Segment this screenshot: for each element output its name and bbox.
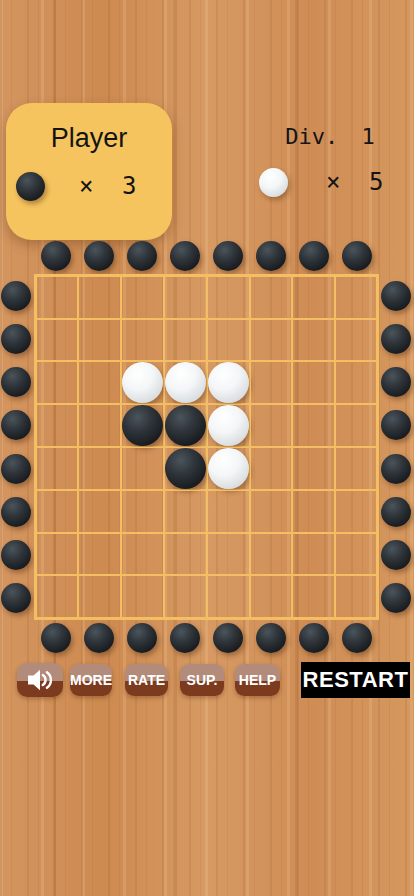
cell-6-3[interactable] <box>164 533 207 576</box>
edge-stone <box>1 540 31 570</box>
cell-2-2[interactable] <box>121 361 164 404</box>
cell-5-2[interactable] <box>121 490 164 533</box>
black-stone <box>165 448 206 489</box>
edge-stone <box>381 281 411 311</box>
edge-stones-right <box>381 274 411 620</box>
edge-stone <box>213 623 243 653</box>
cell-1-0[interactable] <box>36 319 78 362</box>
support-button[interactable]: SUP. <box>180 664 224 696</box>
edge-stones-top <box>34 241 379 271</box>
cell-6-1[interactable] <box>78 533 120 576</box>
more-button[interactable]: MORE <box>70 664 112 696</box>
cell-4-0[interactable] <box>36 447 78 490</box>
edge-stone <box>127 241 157 271</box>
edge-stones-left <box>1 274 31 620</box>
cell-4-6[interactable] <box>292 447 334 490</box>
cell-7-1[interactable] <box>78 575 120 618</box>
edge-stone <box>299 241 329 271</box>
cell-5-4[interactable] <box>207 490 250 533</box>
cell-3-5[interactable] <box>250 404 292 447</box>
edge-stone <box>381 540 411 570</box>
edge-stone <box>1 324 31 354</box>
cell-0-7[interactable] <box>335 276 377 319</box>
cell-1-3[interactable] <box>164 319 207 362</box>
edge-stone <box>41 623 71 653</box>
black-stone <box>122 405 163 446</box>
edge-stone <box>41 241 71 271</box>
cell-0-6[interactable] <box>292 276 334 319</box>
edge-stone <box>127 623 157 653</box>
speaker-icon <box>26 668 54 692</box>
cell-1-4[interactable] <box>207 319 250 362</box>
cell-2-5[interactable] <box>250 361 292 404</box>
cell-0-3[interactable] <box>164 276 207 319</box>
white-stone <box>208 448 249 489</box>
cell-0-2[interactable] <box>121 276 164 319</box>
edge-stone <box>381 497 411 527</box>
edge-stone <box>1 454 31 484</box>
cell-4-3[interactable] <box>164 447 207 490</box>
cell-6-5[interactable] <box>250 533 292 576</box>
cell-1-6[interactable] <box>292 319 334 362</box>
cell-0-4[interactable] <box>207 276 250 319</box>
edge-stone <box>256 241 286 271</box>
cell-0-0[interactable] <box>36 276 78 319</box>
edge-stone <box>1 281 31 311</box>
edge-stone <box>170 241 200 271</box>
help-button[interactable]: HELP <box>235 664 280 696</box>
cell-4-2[interactable] <box>121 447 164 490</box>
cell-5-5[interactable] <box>250 490 292 533</box>
cell-1-5[interactable] <box>250 319 292 362</box>
edge-stone <box>170 623 200 653</box>
sound-button[interactable] <box>17 663 63 697</box>
restart-button[interactable]: RESTART <box>301 662 410 698</box>
opponent-score-panel: Div. 1 × 5 <box>250 124 410 234</box>
edge-stone <box>1 367 31 397</box>
white-stone <box>165 362 206 403</box>
rate-button[interactable]: RATE <box>125 664 168 696</box>
cell-6-0[interactable] <box>36 533 78 576</box>
player-stone-count: × 3 <box>79 172 136 200</box>
player-stone-icon <box>16 172 45 201</box>
cell-1-2[interactable] <box>121 319 164 362</box>
edge-stone <box>84 241 114 271</box>
cell-4-1[interactable] <box>78 447 120 490</box>
cell-6-2[interactable] <box>121 533 164 576</box>
cell-2-7[interactable] <box>335 361 377 404</box>
cell-2-4[interactable] <box>207 361 250 404</box>
cell-3-6[interactable] <box>292 404 334 447</box>
cell-6-4[interactable] <box>207 533 250 576</box>
cell-3-2[interactable] <box>121 404 164 447</box>
cell-7-7[interactable] <box>335 575 377 618</box>
edge-stones-bottom <box>34 623 379 653</box>
edge-stone <box>381 324 411 354</box>
cell-2-0[interactable] <box>36 361 78 404</box>
cell-3-4[interactable] <box>207 404 250 447</box>
opponent-stone-count: × 5 <box>326 168 383 196</box>
cell-7-6[interactable] <box>292 575 334 618</box>
edge-stone <box>1 410 31 440</box>
cell-7-4[interactable] <box>207 575 250 618</box>
cell-3-7[interactable] <box>335 404 377 447</box>
cell-5-0[interactable] <box>36 490 78 533</box>
cell-5-7[interactable] <box>335 490 377 533</box>
edge-stone <box>213 241 243 271</box>
cell-1-7[interactable] <box>335 319 377 362</box>
cell-5-1[interactable] <box>78 490 120 533</box>
cell-2-1[interactable] <box>78 361 120 404</box>
cell-2-3[interactable] <box>164 361 207 404</box>
edge-stone <box>1 583 31 613</box>
cell-6-7[interactable] <box>335 533 377 576</box>
edge-stone <box>1 497 31 527</box>
white-stone <box>208 362 249 403</box>
cell-0-5[interactable] <box>250 276 292 319</box>
edge-stone <box>256 623 286 653</box>
edge-stone <box>381 454 411 484</box>
cell-4-4[interactable] <box>207 447 250 490</box>
edge-stone <box>299 623 329 653</box>
cell-7-2[interactable] <box>121 575 164 618</box>
cell-5-3[interactable] <box>164 490 207 533</box>
cell-2-6[interactable] <box>292 361 334 404</box>
edge-stone <box>381 367 411 397</box>
cell-4-5[interactable] <box>250 447 292 490</box>
player-score-card: Player × 3 <box>6 103 172 240</box>
edge-stone <box>381 583 411 613</box>
black-stone <box>165 405 206 446</box>
game-screen: Player × 3 Div. 1 × 5 MORE RATE SUP. HEL… <box>0 0 414 896</box>
cell-7-0[interactable] <box>36 575 78 618</box>
cell-7-3[interactable] <box>164 575 207 618</box>
cell-6-6[interactable] <box>292 533 334 576</box>
cell-4-7[interactable] <box>335 447 377 490</box>
cell-3-0[interactable] <box>36 404 78 447</box>
edge-stone <box>342 623 372 653</box>
cell-3-1[interactable] <box>78 404 120 447</box>
game-board <box>34 274 379 620</box>
cell-1-1[interactable] <box>78 319 120 362</box>
edge-stone <box>342 241 372 271</box>
opponent-name: Div. 1 <box>250 124 410 149</box>
cell-3-3[interactable] <box>164 404 207 447</box>
cell-0-1[interactable] <box>78 276 120 319</box>
cell-7-5[interactable] <box>250 575 292 618</box>
white-stone <box>122 362 163 403</box>
edge-stone <box>84 623 114 653</box>
cell-5-6[interactable] <box>292 490 334 533</box>
player-name: Player <box>6 123 172 154</box>
edge-stone <box>381 410 411 440</box>
white-stone <box>208 405 249 446</box>
opponent-stone-icon <box>259 168 288 197</box>
